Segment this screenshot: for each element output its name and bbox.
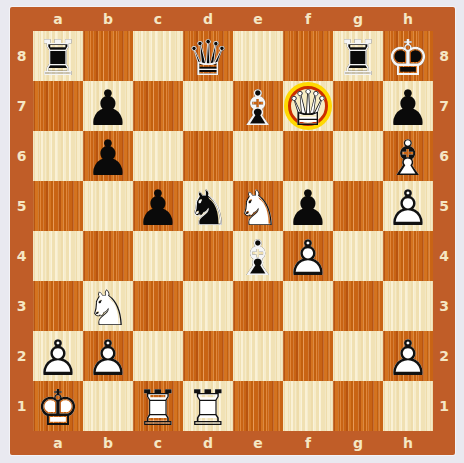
rook-outline-icon: ♖ [133,381,183,431]
pawn-outline-icon: ♙ [383,181,433,231]
black-rook-g8[interactable]: ♜♖ [333,31,383,81]
knight-outline-icon: ♘ [183,181,233,231]
square-e7[interactable]: ♝♗ [233,81,283,131]
square-b1[interactable] [83,381,133,431]
square-h5[interactable]: ♟♙ [383,181,433,231]
rank-labels-right: 87654321 [433,31,455,431]
rank-label-left-6: 6 [10,131,33,181]
file-label-bottom-e: e [233,431,283,455]
square-f6[interactable] [283,131,333,181]
rook-icon: ♜ [183,381,233,431]
knight-icon: ♞ [183,181,233,231]
white-knight-b3[interactable]: ♞♘ [83,281,133,331]
square-g1[interactable] [333,381,383,431]
file-label-top-b: b [83,7,133,31]
square-c1[interactable]: ♜♖ [133,381,183,431]
rank-label-left-8: 8 [10,31,33,81]
knight-icon: ♞ [83,281,133,331]
queen-outline-icon: ♕ [283,81,333,131]
pawn-icon: ♟ [383,81,433,131]
file-label-bottom-g: g [333,431,383,455]
square-g2[interactable] [333,331,383,381]
square-c6[interactable] [133,131,183,181]
square-b8[interactable] [83,31,133,81]
file-label-bottom-d: d [183,431,233,455]
bishop-outline-icon: ♗ [233,231,283,281]
rook-icon: ♜ [333,31,383,81]
square-b2[interactable]: ♟♙ [83,331,133,381]
black-pawn-b6[interactable]: ♟ [83,131,133,181]
square-a6[interactable] [33,131,83,181]
rank-label-right-1: 1 [433,381,455,431]
square-f3[interactable] [283,281,333,331]
black-rook-a8[interactable]: ♜♖ [33,31,83,81]
square-d8[interactable]: ♛♕ [183,31,233,81]
square-g7[interactable] [333,81,383,131]
square-d7[interactable] [183,81,233,131]
white-queen-f7[interactable]: ♛♕ [283,81,333,131]
square-f8[interactable] [283,31,333,81]
rook-outline-icon: ♖ [183,381,233,431]
bishop-outline-icon: ♗ [383,131,433,181]
king-outline-icon: ♔ [383,31,433,81]
square-d2[interactable] [183,331,233,381]
square-b5[interactable] [83,181,133,231]
square-a8[interactable]: ♜♖ [33,31,83,81]
square-e1[interactable] [233,381,283,431]
square-e5[interactable]: ♞♘ [233,181,283,231]
file-label-bottom-a: a [33,431,83,455]
pawn-icon: ♟ [133,181,183,231]
pawn-icon: ♟ [283,231,333,281]
white-knight-e5[interactable]: ♞♘ [233,181,283,231]
square-a1[interactable]: ♚♔ [33,381,83,431]
pawn-icon: ♟ [83,131,133,181]
pawn-outline-icon: ♙ [33,331,83,381]
square-h2[interactable]: ♟♙ [383,331,433,381]
square-f5[interactable]: ♟ [283,181,333,231]
rook-outline-icon: ♖ [33,31,83,81]
square-f4[interactable]: ♟♙ [283,231,333,281]
square-g4[interactable] [333,231,383,281]
bishop-icon: ♝ [233,231,283,281]
rank-label-left-4: 4 [10,231,33,281]
square-d3[interactable] [183,281,233,331]
black-knight-d5[interactable]: ♞♘ [183,181,233,231]
rank-labels-left: 87654321 [10,31,33,431]
square-d5[interactable]: ♞♘ [183,181,233,231]
king-outline-icon: ♔ [33,381,83,431]
pawn-icon: ♟ [383,331,433,381]
square-e3[interactable] [233,281,283,331]
rank-label-right-4: 4 [433,231,455,281]
file-label-bottom-f: f [283,431,333,455]
square-b3[interactable]: ♞♘ [83,281,133,331]
rank-label-left-7: 7 [10,81,33,131]
rank-label-right-6: 6 [433,131,455,181]
square-e2[interactable] [233,331,283,381]
white-king-a1[interactable]: ♚♔ [33,381,83,431]
file-label-top-a: a [33,7,83,31]
pawn-icon: ♟ [83,81,133,131]
black-bishop-e7[interactable]: ♝♗ [233,81,283,131]
square-h7[interactable]: ♟ [383,81,433,131]
chess-board: abcdefgh abcdefgh 87654321 87654321 ♜♖♛♕… [10,7,455,455]
file-label-top-d: d [183,7,233,31]
rank-label-right-7: 7 [433,81,455,131]
white-rook-d1[interactable]: ♜♖ [183,381,233,431]
file-label-bottom-h: h [383,431,433,455]
square-a7[interactable] [33,81,83,131]
pawn-outline-icon: ♙ [83,331,133,381]
rank-label-left-3: 3 [10,281,33,331]
square-g8[interactable]: ♜♖ [333,31,383,81]
square-g5[interactable] [333,181,383,231]
rank-label-right-3: 3 [433,281,455,331]
black-pawn-h7[interactable]: ♟ [383,81,433,131]
black-pawn-c5[interactable]: ♟ [133,181,183,231]
queen-icon: ♛ [283,81,333,131]
bishop-icon: ♝ [383,131,433,181]
file-label-top-h: h [383,7,433,31]
square-c7[interactable] [133,81,183,131]
pawn-icon: ♟ [383,181,433,231]
square-h3[interactable] [383,281,433,331]
rank-label-left-1: 1 [10,381,33,431]
square-f2[interactable] [283,331,333,381]
pawn-outline-icon: ♙ [383,331,433,381]
pawn-icon: ♟ [283,181,333,231]
square-c5[interactable]: ♟ [133,181,183,231]
square-h6[interactable]: ♝♗ [383,131,433,181]
queen-icon: ♛ [183,31,233,81]
file-label-top-g: g [333,7,383,31]
file-labels-top: abcdefgh [33,7,433,31]
king-icon: ♚ [383,31,433,81]
square-e4[interactable]: ♝♗ [233,231,283,281]
knight-outline-icon: ♘ [83,281,133,331]
square-d1[interactable]: ♜♖ [183,381,233,431]
square-g6[interactable] [333,131,383,181]
file-label-bottom-b: b [83,431,133,455]
square-b7[interactable]: ♟ [83,81,133,131]
pawn-icon: ♟ [83,331,133,381]
square-c2[interactable] [133,331,183,381]
square-a3[interactable] [33,281,83,331]
rank-label-left-2: 2 [10,331,33,381]
knight-outline-icon: ♘ [233,181,283,231]
queen-outline-icon: ♕ [183,31,233,81]
file-labels-bottom: abcdefgh [33,431,433,455]
black-king-h8[interactable]: ♚♔ [383,31,433,81]
square-c3[interactable] [133,281,183,331]
white-pawn-h5[interactable]: ♟♙ [383,181,433,231]
rook-outline-icon: ♖ [333,31,383,81]
black-pawn-f5[interactable]: ♟ [283,181,333,231]
knight-icon: ♞ [233,181,283,231]
black-queen-d8[interactable]: ♛♕ [183,31,233,81]
file-label-top-f: f [283,7,333,31]
square-f7[interactable]: ♛♕ [283,81,333,131]
board-grid: ♜♖♛♕♜♖♚♔♟♝♗♛♕♟♟♝♗♟♞♘♞♘♟♟♙♝♗♟♙♞♘♟♙♟♙♟♙♚♔♜… [33,31,433,431]
square-g3[interactable] [333,281,383,331]
square-f1[interactable] [283,381,333,431]
king-icon: ♚ [33,381,83,431]
white-pawn-b2[interactable]: ♟♙ [83,331,133,381]
square-b4[interactable] [83,231,133,281]
square-c8[interactable] [133,31,183,81]
square-a4[interactable] [33,231,83,281]
square-h1[interactable] [383,381,433,431]
rank-label-right-8: 8 [433,31,455,81]
square-h4[interactable] [383,231,433,281]
white-rook-c1[interactable]: ♜♖ [133,381,183,431]
white-pawn-h2[interactable]: ♟♙ [383,331,433,381]
square-e8[interactable] [233,31,283,81]
white-pawn-f4[interactable]: ♟♙ [283,231,333,281]
rank-label-right-2: 2 [433,331,455,381]
white-pawn-a2[interactable]: ♟♙ [33,331,83,381]
rook-icon: ♜ [33,31,83,81]
square-a5[interactable] [33,181,83,231]
square-e6[interactable] [233,131,283,181]
rank-label-right-5: 5 [433,181,455,231]
bishop-outline-icon: ♗ [233,81,283,131]
black-bishop-e4[interactable]: ♝♗ [233,231,283,281]
file-label-top-c: c [133,7,183,31]
file-label-top-e: e [233,7,283,31]
square-a2[interactable]: ♟♙ [33,331,83,381]
rook-icon: ♜ [133,381,183,431]
square-b6[interactable]: ♟ [83,131,133,181]
white-bishop-h6[interactable]: ♝♗ [383,131,433,181]
square-c4[interactable] [133,231,183,281]
rank-label-left-5: 5 [10,181,33,231]
pawn-icon: ♟ [33,331,83,381]
square-h8[interactable]: ♚♔ [383,31,433,81]
bishop-icon: ♝ [233,81,283,131]
square-d6[interactable] [183,131,233,181]
pawn-outline-icon: ♙ [283,231,333,281]
page: abcdefgh abcdefgh 87654321 87654321 ♜♖♛♕… [0,0,464,463]
black-pawn-b7[interactable]: ♟ [83,81,133,131]
square-d4[interactable] [183,231,233,281]
file-label-bottom-c: c [133,431,183,455]
